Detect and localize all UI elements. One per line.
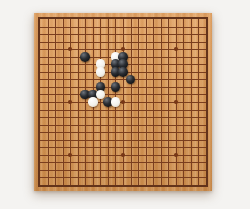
grid-cell (146, 42, 154, 50)
grid-cell (191, 34, 199, 42)
grid-cell (55, 57, 63, 65)
grid-cell (70, 79, 78, 87)
grid-cell (161, 110, 169, 118)
grid-cell (153, 170, 161, 178)
grid-cell (183, 117, 191, 125)
grid-cell (93, 102, 101, 110)
grid-cell (55, 27, 63, 35)
grid-cell (161, 132, 169, 140)
grid-cell (100, 155, 108, 163)
grid-cell (168, 79, 176, 87)
board-grid (38, 17, 208, 187)
grid-cell (168, 64, 176, 72)
grid-cell (78, 64, 86, 72)
grid-cell (153, 19, 161, 27)
grid-cell (183, 19, 191, 27)
grid-cell (176, 27, 184, 35)
grid-cell (40, 147, 48, 155)
grid-cell (176, 79, 184, 87)
grid-cell (70, 140, 78, 148)
grid-cell (198, 147, 206, 155)
grid-cell (161, 57, 169, 65)
grid-cell (131, 87, 139, 95)
grid-cell (85, 19, 93, 27)
grid-cell (138, 94, 146, 102)
grid-cell (176, 155, 184, 163)
grid-cell (115, 87, 123, 95)
grid-cell (48, 34, 56, 42)
grid-cell (40, 155, 48, 163)
grid-cell (70, 162, 78, 170)
grid-cell (191, 72, 199, 80)
grid-cell (100, 87, 108, 95)
grid-cell (85, 162, 93, 170)
grid-cell (153, 27, 161, 35)
grid-cell (108, 125, 116, 133)
grid-cell (115, 94, 123, 102)
grid-cell (78, 177, 86, 185)
grid-cell (161, 79, 169, 87)
grid-cell (108, 110, 116, 118)
grid-cell (115, 125, 123, 133)
grid-cell (70, 72, 78, 80)
grid-cell (55, 162, 63, 170)
grid-cell (123, 147, 131, 155)
grid-cell (161, 147, 169, 155)
grid-cell (93, 170, 101, 178)
grid-cell (40, 132, 48, 140)
grid-cell (70, 94, 78, 102)
grid-cell (100, 57, 108, 65)
grid-cell (176, 34, 184, 42)
grid-cell (78, 49, 86, 57)
grid-cell (153, 87, 161, 95)
grid-cell (138, 102, 146, 110)
grid-cell (131, 162, 139, 170)
grid-cell (85, 147, 93, 155)
grid-cell (183, 34, 191, 42)
grid-cell (123, 34, 131, 42)
grid-cell (153, 64, 161, 72)
grid-cell (63, 87, 71, 95)
grid-cell (48, 19, 56, 27)
go-board[interactable] (34, 13, 212, 191)
grid-cell (176, 42, 184, 50)
grid-cell (78, 72, 86, 80)
grid-cell (78, 94, 86, 102)
grid-cell (55, 110, 63, 118)
grid-cell (93, 34, 101, 42)
grid-cell (176, 177, 184, 185)
grid-cell (183, 27, 191, 35)
grid-cell (161, 117, 169, 125)
grid-cell (138, 170, 146, 178)
grid-cell (48, 125, 56, 133)
grid-cell (85, 57, 93, 65)
grid-cell (191, 140, 199, 148)
grid-cell (108, 87, 116, 95)
grid-cell (191, 117, 199, 125)
grid-cell (63, 57, 71, 65)
grid-cell (168, 140, 176, 148)
grid-cell (131, 57, 139, 65)
grid-cell (131, 64, 139, 72)
grid-cell (161, 94, 169, 102)
grid-cell (138, 132, 146, 140)
grid-cell (48, 49, 56, 57)
grid-cell (198, 27, 206, 35)
grid-cell (138, 49, 146, 57)
grid-cell (198, 170, 206, 178)
grid-cell (55, 117, 63, 125)
grid-cell (146, 125, 154, 133)
grid-cell (161, 125, 169, 133)
grid-cell (63, 42, 71, 50)
grid-cell (131, 140, 139, 148)
grid-cell (123, 87, 131, 95)
grid-cell (146, 147, 154, 155)
grid-cell (100, 140, 108, 148)
grid-cell (78, 57, 86, 65)
grid-cell (153, 110, 161, 118)
grid-cell (115, 110, 123, 118)
grid-cell (85, 94, 93, 102)
grid-cell (146, 87, 154, 95)
grid-cell (146, 117, 154, 125)
grid-cell (123, 162, 131, 170)
grid-cell (85, 102, 93, 110)
grid-cell (40, 64, 48, 72)
grid-cell (123, 72, 131, 80)
grid-cell (48, 87, 56, 95)
grid-cell (168, 57, 176, 65)
grid-cell (183, 177, 191, 185)
grid-cell (138, 64, 146, 72)
grid-cell (108, 42, 116, 50)
grid-cell (161, 102, 169, 110)
grid-cell (115, 27, 123, 35)
grid-cell (40, 87, 48, 95)
grid-cell (131, 117, 139, 125)
grid-cell (63, 170, 71, 178)
grid-cell (108, 64, 116, 72)
grid-cell (78, 132, 86, 140)
grid-cell (198, 72, 206, 80)
grid-cell (161, 155, 169, 163)
grid-cell (183, 110, 191, 118)
grid-cell (146, 64, 154, 72)
grid-cell (100, 79, 108, 87)
grid-cell (161, 27, 169, 35)
grid-cell (176, 19, 184, 27)
grid-cell (93, 79, 101, 87)
grid-cell (93, 87, 101, 95)
grid-cell (183, 170, 191, 178)
grid-cell (146, 162, 154, 170)
grid-cell (168, 49, 176, 57)
grid-cell (161, 72, 169, 80)
grid-cell (191, 79, 199, 87)
grid-cell (70, 27, 78, 35)
grid-cell (85, 64, 93, 72)
grid-cell (183, 57, 191, 65)
grid-cell (191, 125, 199, 133)
grid-cell (100, 19, 108, 27)
grid-cell (115, 147, 123, 155)
grid-cell (93, 64, 101, 72)
grid-cell (55, 19, 63, 27)
grid-cell (108, 117, 116, 125)
grid-cell (108, 94, 116, 102)
grid-cell (131, 147, 139, 155)
grid-cell (153, 125, 161, 133)
grid-cell (191, 19, 199, 27)
grid-cell (40, 162, 48, 170)
grid-cell (131, 110, 139, 118)
grid-cell (93, 162, 101, 170)
grid-cell (55, 72, 63, 80)
grid-cell (198, 87, 206, 95)
grid-cell (153, 162, 161, 170)
grid-cell (85, 72, 93, 80)
grid-cell (198, 57, 206, 65)
grid-cell (198, 177, 206, 185)
grid-cell (153, 49, 161, 57)
grid-cell (55, 42, 63, 50)
grid-cell (78, 102, 86, 110)
grid-cell (198, 64, 206, 72)
grid-cell (176, 49, 184, 57)
grid-cell (153, 177, 161, 185)
grid-cell (93, 19, 101, 27)
grid-cell (183, 125, 191, 133)
grid-cell (115, 155, 123, 163)
grid-cell (63, 49, 71, 57)
grid-cell (168, 132, 176, 140)
grid-cell (40, 49, 48, 57)
grid-cell (40, 140, 48, 148)
grid-cell (168, 162, 176, 170)
grid-cell (153, 79, 161, 87)
grid-cell (168, 170, 176, 178)
grid-cell (131, 155, 139, 163)
grid-cell (85, 27, 93, 35)
grid-cell (138, 110, 146, 118)
grid-cell (40, 117, 48, 125)
grid-cell (131, 49, 139, 57)
grid-cell (100, 27, 108, 35)
grid-cell (78, 79, 86, 87)
grid-cell (93, 94, 101, 102)
grid-cell (100, 117, 108, 125)
grid-cell (161, 87, 169, 95)
grid-cell (191, 102, 199, 110)
grid-cell (85, 34, 93, 42)
grid-cell (115, 117, 123, 125)
grid-cell (93, 49, 101, 57)
grid-cell (115, 19, 123, 27)
grid-cell (78, 42, 86, 50)
grid-cell (48, 110, 56, 118)
grid-cell (138, 19, 146, 27)
grid-cell (55, 49, 63, 57)
grid-cell (55, 34, 63, 42)
grid-cell (63, 110, 71, 118)
grid-cell (123, 42, 131, 50)
grid-cell (191, 64, 199, 72)
grid-cell (55, 102, 63, 110)
grid-cell (131, 132, 139, 140)
grid-cell (108, 177, 116, 185)
grid-cell (48, 79, 56, 87)
grid-cell (198, 110, 206, 118)
grid-cell (176, 162, 184, 170)
grid-cell (153, 42, 161, 50)
grid-cell (123, 110, 131, 118)
grid-cell (93, 125, 101, 133)
grid-cell (138, 34, 146, 42)
grid-cell (198, 125, 206, 133)
grid-cell (183, 79, 191, 87)
grid-cell (70, 34, 78, 42)
grid-cell (168, 155, 176, 163)
grid-cell (146, 72, 154, 80)
grid-cell (191, 170, 199, 178)
grid-cell (146, 19, 154, 27)
grid-cell (138, 155, 146, 163)
grid-cell (100, 49, 108, 57)
grid-cell (115, 42, 123, 50)
grid-cell (100, 147, 108, 155)
grid-cell (63, 140, 71, 148)
grid-cell (108, 27, 116, 35)
grid-cell (153, 140, 161, 148)
grid-cell (168, 94, 176, 102)
grid-cell (153, 57, 161, 65)
grid-cell (176, 102, 184, 110)
grid-cell (198, 117, 206, 125)
grid-cell (55, 87, 63, 95)
grid-cell (138, 162, 146, 170)
grid-cell (161, 64, 169, 72)
grid-cell (40, 94, 48, 102)
grid-cell (131, 102, 139, 110)
grid-cell (131, 177, 139, 185)
grid-cell (93, 155, 101, 163)
grid-cell (48, 57, 56, 65)
grid-cell (168, 42, 176, 50)
grid-cell (115, 72, 123, 80)
grid-cell (55, 177, 63, 185)
grid-cell (131, 27, 139, 35)
grid-cell (55, 94, 63, 102)
grid-cell (198, 42, 206, 50)
grid-cell (63, 79, 71, 87)
grid-cell (100, 170, 108, 178)
grid-cell (146, 94, 154, 102)
grid-cell (183, 49, 191, 57)
grid-cell (183, 64, 191, 72)
grid-cell (100, 132, 108, 140)
grid-cell (85, 155, 93, 163)
grid-cell (123, 79, 131, 87)
grid-cell (198, 19, 206, 27)
grid-cell (85, 132, 93, 140)
grid-cell (78, 27, 86, 35)
grid-cell (183, 42, 191, 50)
grid-cell (100, 72, 108, 80)
grid-cell (70, 57, 78, 65)
grid-cell (85, 49, 93, 57)
grid-cell (138, 27, 146, 35)
grid-cell (48, 72, 56, 80)
page-background (0, 0, 250, 209)
grid-cell (48, 117, 56, 125)
grid-cell (108, 34, 116, 42)
grid-cell (70, 64, 78, 72)
grid-cell (93, 72, 101, 80)
grid-cell (63, 155, 71, 163)
grid-cell (146, 57, 154, 65)
grid-cell (176, 170, 184, 178)
grid-cell (78, 87, 86, 95)
grid-cell (108, 102, 116, 110)
grid-cell (176, 57, 184, 65)
grid-cell (40, 110, 48, 118)
grid-cell (191, 57, 199, 65)
grid-cell (146, 49, 154, 57)
grid-cell (70, 49, 78, 57)
grid-cell (191, 94, 199, 102)
grid-cell (168, 72, 176, 80)
grid-cell (70, 170, 78, 178)
grid-cell (168, 110, 176, 118)
grid-cell (115, 177, 123, 185)
grid-cell (55, 132, 63, 140)
grid-cell (146, 132, 154, 140)
grid-cell (131, 34, 139, 42)
grid-cell (183, 102, 191, 110)
grid-cell (63, 34, 71, 42)
grid-cell (153, 147, 161, 155)
grid-cell (123, 49, 131, 57)
grid-cell (131, 125, 139, 133)
grid-cell (70, 19, 78, 27)
grid-cell (146, 140, 154, 148)
grid-cell (40, 102, 48, 110)
grid-cell (123, 64, 131, 72)
grid-cell (85, 125, 93, 133)
grid-cell (198, 162, 206, 170)
grid-cell (183, 140, 191, 148)
grid-cell (198, 79, 206, 87)
grid-cell (153, 72, 161, 80)
grid-cell (108, 155, 116, 163)
grid-cell (70, 125, 78, 133)
grid-cell (123, 132, 131, 140)
grid-cell (161, 162, 169, 170)
grid-cell (70, 132, 78, 140)
grid-cell (146, 27, 154, 35)
grid-cell (161, 42, 169, 50)
grid-cell (40, 27, 48, 35)
grid-cell (153, 94, 161, 102)
grid-cell (146, 110, 154, 118)
grid-cell (198, 140, 206, 148)
grid-cell (108, 79, 116, 87)
grid-cell (176, 147, 184, 155)
grid-cell (146, 79, 154, 87)
